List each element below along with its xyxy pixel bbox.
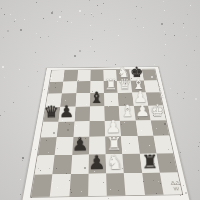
piece-black-bishop-d6[interactable]: ♝	[90, 90, 105, 106]
square-d1[interactable]	[88, 174, 107, 196]
square-f7[interactable]: ♛	[117, 81, 132, 93]
square-d5[interactable]	[89, 106, 104, 121]
square-b1[interactable]	[50, 174, 70, 196]
square-c5[interactable]	[74, 106, 90, 121]
piece-white-bishop-f5[interactable]: ♝	[120, 103, 135, 120]
square-b2[interactable]	[53, 155, 72, 175]
piece-black-queen-a5[interactable]: ♛	[44, 104, 59, 121]
piece-black-pawn-d2[interactable]: ♟	[88, 154, 106, 174]
square-h1[interactable]	[160, 173, 183, 195]
square-c3[interactable]: ♟	[72, 137, 89, 155]
square-d6[interactable]: ♝	[90, 93, 105, 106]
square-c7[interactable]	[76, 81, 90, 93]
square-d2[interactable]: ♟	[88, 154, 106, 174]
square-d8[interactable]	[90, 70, 103, 81]
square-c2[interactable]	[70, 154, 88, 174]
square-c6[interactable]	[75, 93, 90, 106]
square-e2[interactable]: ♞	[106, 154, 124, 174]
square-g5[interactable]: ♟	[133, 106, 150, 121]
square-d4[interactable]	[89, 121, 105, 137]
square-h4[interactable]	[151, 120, 170, 136]
square-e1[interactable]	[106, 173, 125, 195]
piece-white-king-h5[interactable]: ♚	[150, 103, 165, 120]
square-b3[interactable]	[55, 137, 73, 155]
chessboard-perspective-wrap: ♞♚♜♛♝♝♟♛♟♝♟♚♟♟♜♟♞♜ ~~~~~~~~ ΔΔ W	[21, 0, 191, 200]
square-a5[interactable]: ♛	[43, 107, 60, 122]
square-g2[interactable]: ♜	[139, 153, 159, 173]
chessboard: ♞♚♜♛♝♝♟♛♟♝♟♚♟♟♜♟♞♜ ~~~~~~~~ ΔΔ W	[21, 67, 191, 200]
photo-canvas: ♞♚♜♛♝♝♟♛♟♝♟♚♟♟♜♟♞♜ ~~~~~~~~ ΔΔ W	[0, 0, 200, 200]
square-b5[interactable]: ♟	[59, 107, 75, 122]
square-b8[interactable]	[63, 70, 77, 81]
piece-black-rook-g2[interactable]: ♜	[141, 153, 159, 173]
square-h2[interactable]	[156, 153, 177, 173]
piece-white-queen-f7[interactable]: ♛	[118, 77, 132, 92]
square-b7[interactable]	[62, 81, 77, 93]
piece-white-knight-e2[interactable]: ♞	[106, 153, 124, 173]
square-e7[interactable]: ♜	[104, 81, 118, 93]
square-h5[interactable]: ♚	[148, 105, 166, 120]
square-c8[interactable]	[77, 70, 91, 81]
square-e6[interactable]	[104, 93, 119, 106]
piece-white-pawn-g5[interactable]: ♟	[135, 103, 150, 120]
square-f5[interactable]: ♝	[119, 106, 135, 121]
piece-black-pawn-b5[interactable]: ♟	[59, 104, 74, 121]
piece-black-pawn-c3[interactable]: ♟	[72, 135, 89, 153]
square-c1[interactable]	[69, 174, 88, 196]
piece-white-rook-e7[interactable]: ♜	[104, 77, 118, 92]
